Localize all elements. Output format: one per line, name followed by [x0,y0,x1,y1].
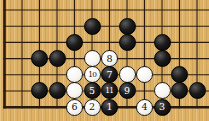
move-number: 3 [159,102,165,112]
board-intersection [31,50,49,66]
board-intersection [48,83,66,99]
go-stone-black [49,50,66,67]
move-number: 4 [141,102,147,112]
board-intersection [66,67,84,83]
board-intersection: 11 [101,83,119,99]
board-intersection [83,50,101,66]
board-intersection [118,34,136,50]
board-intersection [188,83,206,99]
go-stone-white [84,50,101,67]
go-stone-white: 4 [136,99,153,116]
move-number: 2 [89,102,95,112]
go-stone-black [189,82,206,99]
board-intersection: 1 [101,99,119,115]
go-stone-black [171,66,188,83]
board-intersection: 8 [101,50,119,66]
go-stone-black: 5 [84,82,101,99]
go-stone-white [66,66,83,83]
go-stone-black [119,34,136,51]
go-stone-black [31,82,48,99]
board-intersection [136,67,154,83]
go-stone-black [119,18,136,35]
go-stone-black [66,34,83,51]
board-intersection: 2 [83,99,101,115]
board-intersection [171,67,189,83]
board-intersection [83,18,101,34]
board-intersection: 4 [136,99,154,115]
move-number: 8 [106,53,112,63]
board-intersection: 9 [118,83,136,99]
move-number: 9 [124,86,130,96]
go-board-diagram: 8107511962143 [0,0,209,121]
board-intersection [31,83,49,99]
board-intersection: 5 [83,83,101,99]
go-stone-white: 10 [84,66,101,83]
go-stone-black [31,50,48,67]
go-stone-black: 7 [101,66,118,83]
go-stone-black [84,18,101,35]
board-intersection: 6 [66,99,84,115]
move-number: 11 [106,86,114,94]
go-stone-black: 3 [154,99,171,116]
go-stone-white [119,66,136,83]
board-intersection [153,34,171,50]
go-stone-black: 1 [101,99,118,116]
move-number: 10 [88,70,96,78]
board-intersection [48,50,66,66]
board-intersection: 7 [101,67,119,83]
go-stone-white: 6 [66,99,83,116]
move-number: 6 [71,102,77,112]
board-intersection: 10 [83,67,101,83]
board-intersection [171,83,189,99]
go-stone-white: 2 [84,99,101,116]
go-stone-white: 8 [101,50,118,67]
board-intersection [66,83,84,99]
go-stone-black [154,34,171,51]
board-intersection [153,83,171,99]
move-number: 1 [106,102,112,112]
move-number: 5 [89,86,95,96]
go-stone-black [49,82,66,99]
board-intersection [118,67,136,83]
board-intersection [118,18,136,34]
go-stone-black [171,82,188,99]
go-stone-white [136,66,153,83]
move-number: 7 [106,69,112,79]
go-stone-white [66,82,83,99]
board-intersection: 3 [153,99,171,115]
stones-layer: 8107511962143 [0,2,206,115]
board-intersection [153,50,171,66]
go-stone-black: 9 [119,82,136,99]
board-intersection [66,34,84,50]
go-stone-white [154,82,171,99]
go-stone-black [154,50,171,67]
go-stone-black: 11 [101,82,118,99]
